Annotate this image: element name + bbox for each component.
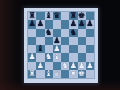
square-g5[interactable] xyxy=(78,37,86,45)
square-a1[interactable]: ♜ xyxy=(28,70,36,78)
square-h7[interactable]: ♟ xyxy=(86,20,94,28)
piece-black-bishop[interactable]: ♝ xyxy=(45,12,52,20)
square-a7[interactable]: ♟ xyxy=(28,20,36,28)
square-e5[interactable] xyxy=(61,37,69,45)
square-c5[interactable] xyxy=(45,37,53,45)
square-a5[interactable] xyxy=(28,37,36,45)
piece-white-bishop[interactable]: ♝ xyxy=(45,69,52,77)
square-a3[interactable]: ♟ xyxy=(28,53,36,61)
square-e1[interactable] xyxy=(61,70,69,78)
piece-black-bishop[interactable]: ♝ xyxy=(37,45,44,53)
square-c3[interactable]: ♞ xyxy=(45,53,53,61)
square-d7[interactable] xyxy=(53,20,61,28)
square-d8[interactable]: ♛ xyxy=(53,12,61,20)
square-b7[interactable]: ♟ xyxy=(36,20,44,28)
square-e2[interactable]: ♞ xyxy=(61,62,69,70)
piece-black-pawn[interactable]: ♟ xyxy=(37,20,44,28)
square-b6[interactable] xyxy=(36,29,44,37)
square-e8[interactable] xyxy=(61,12,69,20)
piece-black-knight[interactable]: ♞ xyxy=(70,28,77,36)
piece-white-knight[interactable]: ♞ xyxy=(45,53,52,61)
square-g4[interactable] xyxy=(78,45,86,53)
piece-white-king[interactable]: ♚ xyxy=(78,69,85,77)
square-b1[interactable] xyxy=(36,70,44,78)
square-a6[interactable] xyxy=(28,29,36,37)
square-g7[interactable]: ♟ xyxy=(78,20,86,28)
room-vignette-left xyxy=(0,0,26,90)
square-f4[interactable] xyxy=(69,45,77,53)
chess-board-frame: ♜♝♛♜♚♟♟♟♟♟♞♞♟♝♟♟♞♝♟♞♟♟♟♜♝♛♜♚ xyxy=(24,8,98,83)
piece-white-rook[interactable]: ♜ xyxy=(70,69,77,77)
square-e7[interactable] xyxy=(61,20,69,28)
piece-white-pawn[interactable]: ♟ xyxy=(86,61,93,69)
square-h2[interactable]: ♟ xyxy=(86,62,94,70)
square-d1[interactable]: ♛ xyxy=(53,70,61,78)
square-e4[interactable] xyxy=(61,45,69,53)
piece-black-queen[interactable]: ♛ xyxy=(53,12,60,20)
square-b2[interactable]: ♟ xyxy=(36,62,44,70)
piece-black-pawn[interactable]: ♟ xyxy=(86,20,93,28)
piece-white-knight[interactable]: ♞ xyxy=(62,61,69,69)
square-f5[interactable] xyxy=(69,37,77,45)
square-c1[interactable]: ♝ xyxy=(45,70,53,78)
piece-white-queen[interactable]: ♛ xyxy=(53,69,60,77)
square-d3[interactable]: ♝ xyxy=(53,53,61,61)
square-h6[interactable] xyxy=(86,29,94,37)
square-c6[interactable]: ♞ xyxy=(45,29,53,37)
square-g6[interactable] xyxy=(78,29,86,37)
square-e6[interactable] xyxy=(61,29,69,37)
piece-white-bishop[interactable]: ♝ xyxy=(53,53,60,61)
piece-black-knight[interactable]: ♞ xyxy=(45,28,52,36)
square-c8[interactable]: ♝ xyxy=(45,12,53,20)
square-b4[interactable]: ♝ xyxy=(36,45,44,53)
square-h5[interactable] xyxy=(86,37,94,45)
chess-board: ♜♝♛♜♚♟♟♟♟♟♞♞♟♝♟♟♞♝♟♞♟♟♟♜♝♛♜♚ xyxy=(27,11,95,79)
square-f1[interactable]: ♜ xyxy=(69,70,77,78)
piece-white-pawn[interactable]: ♟ xyxy=(37,61,44,69)
piece-white-pawn[interactable]: ♟ xyxy=(29,53,36,61)
square-f6[interactable]: ♞ xyxy=(69,29,77,37)
piece-black-pawn[interactable]: ♟ xyxy=(29,20,36,28)
piece-white-rook[interactable]: ♜ xyxy=(29,69,36,77)
square-h4[interactable] xyxy=(86,45,94,53)
square-h1[interactable] xyxy=(86,70,94,78)
piece-black-pawn[interactable]: ♟ xyxy=(78,20,85,28)
square-g1[interactable]: ♚ xyxy=(78,70,86,78)
